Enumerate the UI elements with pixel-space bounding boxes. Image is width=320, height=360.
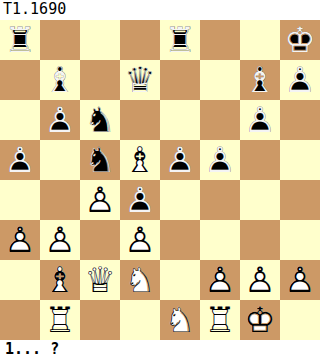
square-d3[interactable]: ♟♙ bbox=[120, 220, 160, 260]
square-h1[interactable] bbox=[280, 300, 320, 340]
piece-white-rook-f1[interactable]: ♜♖ bbox=[200, 300, 240, 340]
white-knight-glyph: ♞ bbox=[160, 300, 200, 340]
piece-white-knight-e1[interactable]: ♞♘ bbox=[160, 300, 200, 340]
piece-black-knight-c5[interactable]: ♞♘ bbox=[80, 140, 120, 180]
white-rook-outline: ♖ bbox=[40, 300, 80, 340]
square-g5[interactable] bbox=[240, 140, 280, 180]
white-pawn-glyph: ♟ bbox=[240, 260, 280, 300]
square-g3[interactable] bbox=[240, 220, 280, 260]
black-knight-outline: ♘ bbox=[80, 100, 120, 140]
black-pawn-outline: ♙ bbox=[240, 100, 280, 140]
white-bishop-glyph: ♝ bbox=[40, 260, 80, 300]
white-rook-glyph: ♜ bbox=[200, 300, 240, 340]
square-e8[interactable]: ♜♖ bbox=[160, 20, 200, 60]
white-pawn-glyph: ♟ bbox=[200, 260, 240, 300]
piece-white-pawn-b3[interactable]: ♟♙ bbox=[40, 220, 80, 260]
piece-white-king-g1[interactable]: ♚♔ bbox=[240, 300, 280, 340]
square-h4[interactable] bbox=[280, 180, 320, 220]
square-g7[interactable]: ♝♗ bbox=[240, 60, 280, 100]
white-king-glyph: ♚ bbox=[240, 300, 280, 340]
square-g1[interactable]: ♚♔ bbox=[240, 300, 280, 340]
square-h8[interactable]: ♚♔ bbox=[280, 20, 320, 60]
square-e7[interactable] bbox=[160, 60, 200, 100]
square-d8[interactable] bbox=[120, 20, 160, 60]
square-g4[interactable] bbox=[240, 180, 280, 220]
white-bishop-outline: ♗ bbox=[120, 140, 160, 180]
square-e1[interactable]: ♞♘ bbox=[160, 300, 200, 340]
square-f6[interactable] bbox=[200, 100, 240, 140]
white-pawn-outline: ♙ bbox=[80, 180, 120, 220]
square-c3[interactable] bbox=[80, 220, 120, 260]
piece-white-pawn-c4[interactable]: ♟♙ bbox=[80, 180, 120, 220]
piece-black-pawn-f5[interactable]: ♟♙ bbox=[200, 140, 240, 180]
square-e6[interactable] bbox=[160, 100, 200, 140]
piece-black-pawn-e5[interactable]: ♟♙ bbox=[160, 140, 200, 180]
black-knight-glyph: ♞ bbox=[80, 140, 120, 180]
black-pawn-glyph: ♟ bbox=[120, 180, 160, 220]
piece-white-pawn-d3[interactable]: ♟♙ bbox=[120, 220, 160, 260]
white-pawn-outline: ♙ bbox=[40, 220, 80, 260]
white-queen-outline: ♕ bbox=[80, 260, 120, 300]
black-rook-glyph: ♜ bbox=[0, 20, 40, 60]
white-rook-outline: ♖ bbox=[200, 300, 240, 340]
piece-black-bishop-b7[interactable]: ♝♗ bbox=[40, 60, 80, 100]
black-bishop-outline: ♗ bbox=[240, 60, 280, 100]
piece-black-king-h8[interactable]: ♚♔ bbox=[280, 20, 320, 60]
square-e5[interactable]: ♟♙ bbox=[160, 140, 200, 180]
square-d2[interactable]: ♞♘ bbox=[120, 260, 160, 300]
square-c8[interactable] bbox=[80, 20, 120, 60]
white-queen-glyph: ♛ bbox=[80, 260, 120, 300]
square-f2[interactable]: ♟♙ bbox=[200, 260, 240, 300]
white-knight-outline: ♘ bbox=[160, 300, 200, 340]
black-bishop-outline: ♗ bbox=[40, 60, 80, 100]
square-e4[interactable] bbox=[160, 180, 200, 220]
black-bishop-glyph: ♝ bbox=[40, 60, 80, 100]
square-b8[interactable] bbox=[40, 20, 80, 60]
square-f8[interactable] bbox=[200, 20, 240, 60]
piece-white-knight-d2[interactable]: ♞♘ bbox=[120, 260, 160, 300]
square-f5[interactable]: ♟♙ bbox=[200, 140, 240, 180]
black-rook-outline: ♖ bbox=[0, 20, 40, 60]
square-d6[interactable] bbox=[120, 100, 160, 140]
square-b3[interactable]: ♟♙ bbox=[40, 220, 80, 260]
white-rook-glyph: ♜ bbox=[40, 300, 80, 340]
square-a5[interactable]: ♟♙ bbox=[0, 140, 40, 180]
piece-white-pawn-a3[interactable]: ♟♙ bbox=[0, 220, 40, 260]
chess-puzzle-app: T1.1690 ♜♖♜♖♚♔♝♗♛♕♝♗♟♙♟♙♞♘♟♙♟♙♞♘♝♗♟♙♟♙♟♙… bbox=[0, 0, 320, 360]
white-bishop-outline: ♗ bbox=[40, 260, 80, 300]
piece-black-bishop-g7[interactable]: ♝♗ bbox=[240, 60, 280, 100]
puzzle-title: T1.1690 bbox=[0, 0, 320, 20]
chess-board: ♜♖♜♖♚♔♝♗♛♕♝♗♟♙♟♙♞♘♟♙♟♙♞♘♝♗♟♙♟♙♟♙♟♙♟♙♟♙♟♙… bbox=[0, 20, 320, 340]
square-g6[interactable]: ♟♙ bbox=[240, 100, 280, 140]
square-f1[interactable]: ♜♖ bbox=[200, 300, 240, 340]
piece-white-bishop-b2[interactable]: ♝♗ bbox=[40, 260, 80, 300]
black-pawn-outline: ♙ bbox=[280, 60, 320, 100]
piece-white-pawn-f2[interactable]: ♟♙ bbox=[200, 260, 240, 300]
square-c7[interactable] bbox=[80, 60, 120, 100]
square-g8[interactable] bbox=[240, 20, 280, 60]
black-pawn-glyph: ♟ bbox=[40, 100, 80, 140]
square-d7[interactable]: ♛♕ bbox=[120, 60, 160, 100]
square-b6[interactable]: ♟♙ bbox=[40, 100, 80, 140]
square-c1[interactable] bbox=[80, 300, 120, 340]
white-pawn-glyph: ♟ bbox=[40, 220, 80, 260]
square-a3[interactable]: ♟♙ bbox=[0, 220, 40, 260]
white-king-outline: ♔ bbox=[240, 300, 280, 340]
piece-black-pawn-g6[interactable]: ♟♙ bbox=[240, 100, 280, 140]
white-pawn-glyph: ♟ bbox=[0, 220, 40, 260]
black-pawn-outline: ♙ bbox=[0, 140, 40, 180]
piece-black-rook-a8[interactable]: ♜♖ bbox=[0, 20, 40, 60]
square-f4[interactable] bbox=[200, 180, 240, 220]
square-a4[interactable] bbox=[0, 180, 40, 220]
square-a7[interactable] bbox=[0, 60, 40, 100]
black-knight-outline: ♘ bbox=[80, 140, 120, 180]
piece-white-queen-c2[interactable]: ♛♕ bbox=[80, 260, 120, 300]
square-f7[interactable] bbox=[200, 60, 240, 100]
black-pawn-outline: ♙ bbox=[40, 100, 80, 140]
square-a6[interactable] bbox=[0, 100, 40, 140]
white-pawn-glyph: ♟ bbox=[80, 180, 120, 220]
white-knight-glyph: ♞ bbox=[120, 260, 160, 300]
square-c4[interactable]: ♟♙ bbox=[80, 180, 120, 220]
piece-white-bishop-d5[interactable]: ♝♗ bbox=[120, 140, 160, 180]
square-h3[interactable] bbox=[280, 220, 320, 260]
black-knight-glyph: ♞ bbox=[80, 100, 120, 140]
square-h7[interactable]: ♟♙ bbox=[280, 60, 320, 100]
piece-black-pawn-d4[interactable]: ♟♙ bbox=[120, 180, 160, 220]
piece-white-pawn-h2[interactable]: ♟♙ bbox=[280, 260, 320, 300]
square-d5[interactable]: ♝♗ bbox=[120, 140, 160, 180]
white-pawn-outline: ♙ bbox=[280, 260, 320, 300]
piece-black-queen-d7[interactable]: ♛♕ bbox=[120, 60, 160, 100]
square-b7[interactable]: ♝♗ bbox=[40, 60, 80, 100]
black-rook-outline: ♖ bbox=[160, 20, 200, 60]
white-pawn-outline: ♙ bbox=[200, 260, 240, 300]
square-b4[interactable] bbox=[40, 180, 80, 220]
square-h6[interactable] bbox=[280, 100, 320, 140]
square-a8[interactable]: ♜♖ bbox=[0, 20, 40, 60]
black-pawn-glyph: ♟ bbox=[240, 100, 280, 140]
square-c5[interactable]: ♞♘ bbox=[80, 140, 120, 180]
square-b2[interactable]: ♝♗ bbox=[40, 260, 80, 300]
square-e3[interactable] bbox=[160, 220, 200, 260]
white-pawn-outline: ♙ bbox=[120, 220, 160, 260]
white-pawn-glyph: ♟ bbox=[120, 220, 160, 260]
black-pawn-outline: ♙ bbox=[160, 140, 200, 180]
black-rook-glyph: ♜ bbox=[160, 20, 200, 60]
piece-black-pawn-h7[interactable]: ♟♙ bbox=[280, 60, 320, 100]
black-pawn-outline: ♙ bbox=[120, 180, 160, 220]
square-f3[interactable] bbox=[200, 220, 240, 260]
black-pawn-outline: ♙ bbox=[200, 140, 240, 180]
piece-white-rook-b1[interactable]: ♜♖ bbox=[40, 300, 80, 340]
black-king-outline: ♔ bbox=[280, 20, 320, 60]
black-pawn-glyph: ♟ bbox=[280, 60, 320, 100]
black-queen-glyph: ♛ bbox=[120, 60, 160, 100]
white-bishop-glyph: ♝ bbox=[120, 140, 160, 180]
black-king-glyph: ♚ bbox=[280, 20, 320, 60]
square-e2[interactable] bbox=[160, 260, 200, 300]
square-d4[interactable]: ♟♙ bbox=[120, 180, 160, 220]
piece-black-knight-c6[interactable]: ♞♘ bbox=[80, 100, 120, 140]
black-pawn-glyph: ♟ bbox=[0, 140, 40, 180]
square-a2[interactable] bbox=[0, 260, 40, 300]
black-queen-outline: ♕ bbox=[120, 60, 160, 100]
square-c6[interactable]: ♞♘ bbox=[80, 100, 120, 140]
square-b5[interactable] bbox=[40, 140, 80, 180]
white-pawn-glyph: ♟ bbox=[280, 260, 320, 300]
piece-black-pawn-a5[interactable]: ♟♙ bbox=[0, 140, 40, 180]
square-a1[interactable] bbox=[0, 300, 40, 340]
white-knight-outline: ♘ bbox=[120, 260, 160, 300]
square-h2[interactable]: ♟♙ bbox=[280, 260, 320, 300]
square-b1[interactable]: ♜♖ bbox=[40, 300, 80, 340]
square-d1[interactable] bbox=[120, 300, 160, 340]
square-c2[interactable]: ♛♕ bbox=[80, 260, 120, 300]
black-pawn-glyph: ♟ bbox=[200, 140, 240, 180]
black-pawn-glyph: ♟ bbox=[160, 140, 200, 180]
white-pawn-outline: ♙ bbox=[0, 220, 40, 260]
piece-black-rook-e8[interactable]: ♜♖ bbox=[160, 20, 200, 60]
square-h5[interactable] bbox=[280, 140, 320, 180]
piece-black-pawn-b6[interactable]: ♟♙ bbox=[40, 100, 80, 140]
black-bishop-glyph: ♝ bbox=[240, 60, 280, 100]
move-prompt: 1... ? bbox=[0, 340, 320, 360]
square-g2[interactable]: ♟♙ bbox=[240, 260, 280, 300]
white-pawn-outline: ♙ bbox=[240, 260, 280, 300]
piece-white-pawn-g2[interactable]: ♟♙ bbox=[240, 260, 280, 300]
